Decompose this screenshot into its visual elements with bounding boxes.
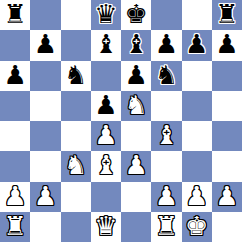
square-c7[interactable] [61, 30, 91, 60]
square-d6[interactable] [91, 61, 121, 91]
piece-white-pawn[interactable]: ♟ [94, 122, 117, 148]
square-f6[interactable]: ♞ [151, 61, 181, 91]
square-a3[interactable] [0, 151, 30, 181]
piece-white-pawn[interactable]: ♟ [3, 183, 26, 209]
piece-black-knight[interactable]: ♞ [155, 62, 178, 88]
square-g4[interactable] [182, 121, 212, 151]
piece-black-pawn[interactable]: ♟ [34, 31, 57, 57]
piece-black-rook[interactable]: ♜ [215, 1, 238, 27]
square-f5[interactable] [151, 91, 181, 121]
square-f8[interactable] [151, 0, 181, 30]
square-h5[interactable] [212, 91, 242, 121]
square-b7[interactable]: ♟ [30, 30, 60, 60]
piece-white-knight[interactable]: ♞ [124, 92, 147, 118]
square-e1[interactable] [121, 212, 151, 242]
piece-white-bishop[interactable]: ♝ [155, 122, 178, 148]
piece-black-pawn[interactable]: ♟ [124, 62, 147, 88]
piece-white-pawn[interactable]: ♟ [34, 183, 57, 209]
square-e8[interactable]: ♚ [121, 0, 151, 30]
square-h1[interactable] [212, 212, 242, 242]
piece-white-pawn[interactable]: ♟ [185, 183, 208, 209]
square-d4[interactable]: ♟ [91, 121, 121, 151]
square-h7[interactable]: ♟ [212, 30, 242, 60]
square-f3[interactable] [151, 151, 181, 181]
piece-black-knight[interactable]: ♞ [64, 62, 87, 88]
square-f2[interactable]: ♟ [151, 182, 181, 212]
square-b5[interactable] [30, 91, 60, 121]
piece-white-pawn[interactable]: ♟ [124, 152, 147, 178]
square-c4[interactable] [61, 121, 91, 151]
square-h6[interactable] [212, 61, 242, 91]
square-a8[interactable]: ♜ [0, 0, 30, 30]
piece-black-bishop[interactable]: ♝ [124, 31, 147, 57]
square-g8[interactable] [182, 0, 212, 30]
square-c6[interactable]: ♞ [61, 61, 91, 91]
piece-white-pawn[interactable]: ♟ [215, 183, 238, 209]
square-a6[interactable]: ♟ [0, 61, 30, 91]
square-a2[interactable]: ♟ [0, 182, 30, 212]
square-d5[interactable]: ♟ [91, 91, 121, 121]
piece-black-queen[interactable]: ♛ [94, 1, 117, 27]
square-b4[interactable] [30, 121, 60, 151]
square-c3[interactable]: ♞ [61, 151, 91, 181]
piece-white-pawn[interactable]: ♟ [155, 183, 178, 209]
square-d3[interactable]: ♝ [91, 151, 121, 181]
piece-black-pawn[interactable]: ♟ [155, 31, 178, 57]
square-h8[interactable]: ♜ [212, 0, 242, 30]
piece-black-pawn[interactable]: ♟ [94, 92, 117, 118]
square-f7[interactable]: ♟ [151, 30, 181, 60]
square-a5[interactable] [0, 91, 30, 121]
square-b1[interactable] [30, 212, 60, 242]
piece-black-rook[interactable]: ♜ [3, 1, 26, 27]
piece-white-rook[interactable]: ♜ [155, 213, 178, 239]
square-h3[interactable] [212, 151, 242, 181]
square-g1[interactable]: ♚ [182, 212, 212, 242]
square-e6[interactable]: ♟ [121, 61, 151, 91]
chessboard-container: ♜♛♚♜♟♝♝♟♟♟♟♞♟♞♟♞♟♝♞♝♟♟♟♟♟♟♜♛♜♚ [0, 0, 242, 242]
square-b3[interactable] [30, 151, 60, 181]
square-e7[interactable]: ♝ [121, 30, 151, 60]
piece-white-king[interactable]: ♚ [185, 213, 208, 239]
square-b2[interactable]: ♟ [30, 182, 60, 212]
piece-white-rook[interactable]: ♜ [3, 213, 26, 239]
square-h2[interactable]: ♟ [212, 182, 242, 212]
square-d1[interactable]: ♛ [91, 212, 121, 242]
square-d2[interactable] [91, 182, 121, 212]
square-e3[interactable]: ♟ [121, 151, 151, 181]
square-b8[interactable] [30, 0, 60, 30]
square-c5[interactable] [61, 91, 91, 121]
piece-black-pawn[interactable]: ♟ [3, 62, 26, 88]
piece-black-pawn[interactable]: ♟ [215, 31, 238, 57]
square-g2[interactable]: ♟ [182, 182, 212, 212]
square-c8[interactable] [61, 0, 91, 30]
square-a1[interactable]: ♜ [0, 212, 30, 242]
square-f1[interactable]: ♜ [151, 212, 181, 242]
square-d8[interactable]: ♛ [91, 0, 121, 30]
square-e4[interactable] [121, 121, 151, 151]
chess-board: ♜♛♚♜♟♝♝♟♟♟♟♞♟♞♟♞♟♝♞♝♟♟♟♟♟♟♜♛♜♚ [0, 0, 242, 242]
square-e5[interactable]: ♞ [121, 91, 151, 121]
square-d7[interactable]: ♝ [91, 30, 121, 60]
square-a7[interactable] [0, 30, 30, 60]
square-e2[interactable] [121, 182, 151, 212]
square-c1[interactable] [61, 212, 91, 242]
piece-black-king[interactable]: ♚ [124, 1, 147, 27]
square-g3[interactable] [182, 151, 212, 181]
piece-black-bishop[interactable]: ♝ [94, 31, 117, 57]
square-h4[interactable] [212, 121, 242, 151]
square-b6[interactable] [30, 61, 60, 91]
square-g5[interactable] [182, 91, 212, 121]
square-g7[interactable]: ♟ [182, 30, 212, 60]
square-a4[interactable] [0, 121, 30, 151]
piece-white-queen[interactable]: ♛ [94, 213, 117, 239]
piece-white-knight[interactable]: ♞ [64, 152, 87, 178]
square-f4[interactable]: ♝ [151, 121, 181, 151]
square-g6[interactable] [182, 61, 212, 91]
square-c2[interactable] [61, 182, 91, 212]
piece-white-bishop[interactable]: ♝ [94, 152, 117, 178]
piece-black-pawn[interactable]: ♟ [185, 31, 208, 57]
